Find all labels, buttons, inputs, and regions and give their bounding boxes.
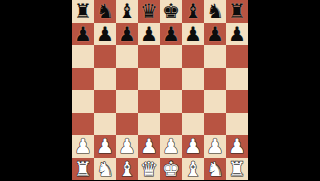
black-king-e8[interactable]: ♚ [162,1,180,21]
square-f4[interactable] [182,90,204,113]
chess-board: ♜♞♝♛♚♝♞♜♟♟♟♟♟♟♟♟♟♟♟♟♟♟♟♟♜♞♝♛♚♝♞♜ [72,0,248,180]
square-b3[interactable] [94,113,116,136]
square-f3[interactable] [182,113,204,136]
square-g1[interactable]: ♞ [204,158,226,181]
black-bishop-f8[interactable]: ♝ [184,1,202,21]
square-f7[interactable]: ♟ [182,23,204,46]
white-pawn-d2[interactable]: ♟ [140,136,158,156]
square-d8[interactable]: ♛ [138,0,160,23]
square-d3[interactable] [138,113,160,136]
black-pawn-f7[interactable]: ♟ [184,24,202,44]
square-b2[interactable]: ♟ [94,135,116,158]
square-c5[interactable] [116,68,138,91]
white-rook-h1[interactable]: ♜ [228,159,246,179]
square-d2[interactable]: ♟ [138,135,160,158]
square-h7[interactable]: ♟ [226,23,248,46]
square-c1[interactable]: ♝ [116,158,138,181]
white-pawn-b2[interactable]: ♟ [96,136,114,156]
square-c2[interactable]: ♟ [116,135,138,158]
square-d5[interactable] [138,68,160,91]
square-e1[interactable]: ♚ [160,158,182,181]
square-h8[interactable]: ♜ [226,0,248,23]
white-pawn-f2[interactable]: ♟ [184,136,202,156]
black-rook-h8[interactable]: ♜ [228,1,246,21]
square-e4[interactable] [160,90,182,113]
square-g8[interactable]: ♞ [204,0,226,23]
black-knight-g8[interactable]: ♞ [206,1,224,21]
square-e5[interactable] [160,68,182,91]
square-d1[interactable]: ♛ [138,158,160,181]
white-rook-a1[interactable]: ♜ [74,159,92,179]
square-g6[interactable] [204,45,226,68]
white-king-e1[interactable]: ♚ [162,159,180,179]
white-pawn-e2[interactable]: ♟ [162,136,180,156]
square-b1[interactable]: ♞ [94,158,116,181]
square-g3[interactable] [204,113,226,136]
square-e8[interactable]: ♚ [160,0,182,23]
square-b7[interactable]: ♟ [94,23,116,46]
square-a1[interactable]: ♜ [72,158,94,181]
square-a3[interactable] [72,113,94,136]
square-f8[interactable]: ♝ [182,0,204,23]
square-h5[interactable] [226,68,248,91]
square-f6[interactable] [182,45,204,68]
black-pawn-a7[interactable]: ♟ [74,24,92,44]
white-pawn-g2[interactable]: ♟ [206,136,224,156]
square-f2[interactable]: ♟ [182,135,204,158]
white-queen-d1[interactable]: ♛ [140,159,158,179]
white-pawn-h2[interactable]: ♟ [228,136,246,156]
square-c6[interactable] [116,45,138,68]
square-h6[interactable] [226,45,248,68]
white-knight-g1[interactable]: ♞ [206,159,224,179]
video-frame: ♜♞♝♛♚♝♞♜♟♟♟♟♟♟♟♟♟♟♟♟♟♟♟♟♜♞♝♛♚♝♞♜ [0,0,320,180]
square-d6[interactable] [138,45,160,68]
square-a7[interactable]: ♟ [72,23,94,46]
square-a2[interactable]: ♟ [72,135,94,158]
square-e2[interactable]: ♟ [160,135,182,158]
black-bishop-c8[interactable]: ♝ [118,1,136,21]
square-h1[interactable]: ♜ [226,158,248,181]
black-knight-b8[interactable]: ♞ [96,1,114,21]
square-b6[interactable] [94,45,116,68]
black-rook-a8[interactable]: ♜ [74,1,92,21]
square-e3[interactable] [160,113,182,136]
black-pawn-g7[interactable]: ♟ [206,24,224,44]
white-bishop-f1[interactable]: ♝ [184,159,202,179]
white-bishop-c1[interactable]: ♝ [118,159,136,179]
square-c3[interactable] [116,113,138,136]
square-a5[interactable] [72,68,94,91]
square-g5[interactable] [204,68,226,91]
black-pawn-e7[interactable]: ♟ [162,24,180,44]
black-pawn-c7[interactable]: ♟ [118,24,136,44]
square-b5[interactable] [94,68,116,91]
square-c8[interactable]: ♝ [116,0,138,23]
square-b4[interactable] [94,90,116,113]
square-h3[interactable] [226,113,248,136]
square-c7[interactable]: ♟ [116,23,138,46]
square-g7[interactable]: ♟ [204,23,226,46]
square-g2[interactable]: ♟ [204,135,226,158]
square-h4[interactable] [226,90,248,113]
black-pawn-d7[interactable]: ♟ [140,24,158,44]
square-a8[interactable]: ♜ [72,0,94,23]
white-pawn-c2[interactable]: ♟ [118,136,136,156]
black-pawn-h7[interactable]: ♟ [228,24,246,44]
black-pawn-b7[interactable]: ♟ [96,24,114,44]
square-h2[interactable]: ♟ [226,135,248,158]
square-e6[interactable] [160,45,182,68]
white-pawn-a2[interactable]: ♟ [74,136,92,156]
square-g4[interactable] [204,90,226,113]
black-queen-d8[interactable]: ♛ [140,1,158,21]
square-d7[interactable]: ♟ [138,23,160,46]
square-a6[interactable] [72,45,94,68]
square-b8[interactable]: ♞ [94,0,116,23]
square-a4[interactable] [72,90,94,113]
square-d4[interactable] [138,90,160,113]
square-f1[interactable]: ♝ [182,158,204,181]
square-f5[interactable] [182,68,204,91]
square-e7[interactable]: ♟ [160,23,182,46]
square-c4[interactable] [116,90,138,113]
white-knight-b1[interactable]: ♞ [96,159,114,179]
